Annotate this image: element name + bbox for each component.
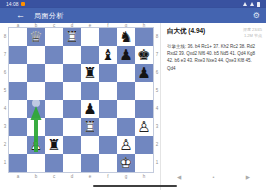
square-h5[interactable] bbox=[135, 82, 153, 100]
square-h8[interactable] bbox=[135, 28, 153, 46]
chess-board[interactable]: ♛♕♜♖♞♝♟♚♜♟♟♜♖♟♙♟♙♜♟♙♚♔ bbox=[9, 28, 153, 172]
square-f2[interactable] bbox=[99, 136, 117, 154]
square-g1[interactable]: ♚♔ bbox=[117, 154, 135, 172]
controls-dot-icon[interactable]: • bbox=[213, 175, 215, 181]
coordinate-label: d bbox=[63, 23, 81, 28]
main-content: abcdefgh abcdefgh 87654321 87654321 ♛♕♜♖… bbox=[0, 23, 266, 190]
square-g5[interactable] bbox=[117, 82, 135, 100]
notification-icon bbox=[21, 2, 25, 6]
coordinate-label: f bbox=[99, 23, 117, 28]
square-a8[interactable] bbox=[9, 28, 27, 46]
piece-white-pawn: ♟ bbox=[117, 136, 135, 154]
coordinate-label: g bbox=[117, 23, 135, 28]
square-b8[interactable]: ♛♕ bbox=[27, 28, 45, 46]
piece-white-pawn: ♟ bbox=[135, 118, 153, 136]
piece-white-rook-outline: ♖ bbox=[81, 118, 99, 136]
square-g4[interactable] bbox=[117, 100, 135, 118]
rank-labels-left: 87654321 bbox=[3, 28, 8, 172]
square-a4[interactable] bbox=[9, 100, 27, 118]
file-labels-top: abcdefgh bbox=[9, 23, 153, 28]
app-screen: 14:08 ← 局面分析 ⚙ abcdefgh abcdefgh 8765432… bbox=[0, 0, 266, 190]
square-d1[interactable] bbox=[63, 154, 81, 172]
coordinate-label: 4 bbox=[3, 100, 8, 118]
coordinate-label: b bbox=[27, 23, 45, 28]
square-d6[interactable] bbox=[63, 64, 81, 82]
square-f1[interactable] bbox=[99, 154, 117, 172]
file-labels-bottom: abcdefgh bbox=[9, 174, 153, 179]
piece-black-knight: ♞ bbox=[117, 28, 135, 46]
engine-principal-variation: 引擎主线: 36. b4 Rc1+ 37. Kh2 Rc2 38. Rd2 Rx… bbox=[167, 43, 260, 72]
engine-nodes: 1.2M 节点 bbox=[243, 33, 262, 39]
coordinate-label: 3 bbox=[3, 118, 8, 136]
square-g2[interactable]: ♟♙ bbox=[117, 136, 135, 154]
coordinate-label: 1 bbox=[155, 154, 160, 172]
square-c1[interactable] bbox=[45, 154, 63, 172]
piece-white-king-outline: ♔ bbox=[117, 154, 135, 172]
coordinate-label: g bbox=[117, 174, 135, 179]
back-arrow-icon[interactable]: ← bbox=[16, 11, 25, 20]
square-b2[interactable]: ♟♙ bbox=[27, 136, 45, 154]
analysis-panel: 白大优 (4.94) 深度 23/45 1.2M 节点 引擎主线: 36. b4… bbox=[160, 23, 266, 190]
coordinate-label: h bbox=[135, 174, 153, 179]
piece-white-queen-outline: ♕ bbox=[27, 28, 45, 46]
coordinate-label: e bbox=[81, 23, 99, 28]
square-e7[interactable] bbox=[81, 46, 99, 64]
square-e3[interactable]: ♜♖ bbox=[81, 118, 99, 136]
previous-move-button[interactable]: ◀ bbox=[177, 175, 181, 181]
app-bar: ← 局面分析 ⚙ bbox=[0, 8, 266, 23]
signal-icon bbox=[250, 2, 254, 6]
coordinate-label: 8 bbox=[3, 28, 8, 46]
battery-icon bbox=[257, 2, 260, 7]
piece-white-pawn-outline: ♙ bbox=[117, 136, 135, 154]
coordinate-label: b bbox=[27, 174, 45, 179]
piece-black-rook: ♜ bbox=[45, 136, 63, 154]
square-e2[interactable] bbox=[81, 136, 99, 154]
coordinate-label: 2 bbox=[3, 136, 8, 154]
square-f5[interactable] bbox=[99, 82, 117, 100]
square-e4[interactable]: ♟ bbox=[81, 100, 99, 118]
square-g6[interactable] bbox=[117, 64, 135, 82]
piece-white-rook: ♜ bbox=[63, 28, 81, 46]
coordinate-label: 1 bbox=[3, 154, 8, 172]
coordinate-label: f bbox=[99, 174, 117, 179]
coordinate-label: c bbox=[45, 174, 63, 179]
square-c6[interactable] bbox=[45, 64, 63, 82]
square-d4[interactable] bbox=[63, 100, 81, 118]
square-d2[interactable] bbox=[63, 136, 81, 154]
square-c4[interactable] bbox=[45, 100, 63, 118]
square-h7[interactable]: ♚ bbox=[135, 46, 153, 64]
piece-white-queen: ♛ bbox=[27, 28, 45, 46]
square-d5[interactable] bbox=[63, 82, 81, 100]
square-a2[interactable] bbox=[9, 136, 27, 154]
square-e8[interactable] bbox=[81, 28, 99, 46]
clock: 14:08 bbox=[6, 2, 19, 7]
gesture-navigation-pill[interactable] bbox=[93, 185, 177, 188]
evaluation-text: 白大优 (4.94) bbox=[167, 27, 205, 39]
status-bar: 14:08 bbox=[0, 0, 266, 8]
piece-white-pawn-outline: ♙ bbox=[135, 118, 153, 136]
coordinate-label: 5 bbox=[3, 82, 8, 100]
square-g7[interactable]: ♟ bbox=[117, 46, 135, 64]
square-g3[interactable] bbox=[117, 118, 135, 136]
square-f6[interactable] bbox=[99, 64, 117, 82]
square-a1[interactable] bbox=[9, 154, 27, 172]
piece-black-king: ♚ bbox=[135, 46, 153, 64]
coordinate-label: c bbox=[45, 23, 63, 28]
square-e6[interactable]: ♜ bbox=[81, 64, 99, 82]
square-f3[interactable] bbox=[99, 118, 117, 136]
coordinate-label: e bbox=[81, 174, 99, 179]
coordinate-label: h bbox=[135, 23, 153, 28]
coordinate-label: 8 bbox=[155, 28, 160, 46]
square-b5[interactable] bbox=[27, 82, 45, 100]
square-h1[interactable] bbox=[135, 154, 153, 172]
square-h2[interactable] bbox=[135, 136, 153, 154]
coordinate-label: 5 bbox=[155, 82, 160, 100]
rank-labels-right: 87654321 bbox=[155, 28, 160, 172]
piece-white-rook-outline: ♖ bbox=[63, 28, 81, 46]
square-c5[interactable] bbox=[45, 82, 63, 100]
square-c2[interactable]: ♜ bbox=[45, 136, 63, 154]
square-g8[interactable]: ♞ bbox=[117, 28, 135, 46]
square-a6[interactable] bbox=[9, 64, 27, 82]
coordinate-label: d bbox=[63, 174, 81, 179]
piece-black-pawn: ♟ bbox=[117, 46, 135, 64]
square-a3[interactable] bbox=[9, 118, 27, 136]
square-h3[interactable]: ♟♙ bbox=[135, 118, 153, 136]
square-d3[interactable] bbox=[63, 118, 81, 136]
square-b4[interactable] bbox=[27, 100, 45, 118]
move-controls: ◀ • ▶ bbox=[161, 175, 266, 181]
piece-white-king: ♚ bbox=[117, 154, 135, 172]
coordinate-label: 7 bbox=[155, 46, 160, 64]
square-c3[interactable] bbox=[45, 118, 63, 136]
piece-black-pawn: ♟ bbox=[135, 64, 153, 82]
square-f8[interactable] bbox=[99, 28, 117, 46]
square-b1[interactable] bbox=[27, 154, 45, 172]
next-move-button[interactable]: ▶ bbox=[246, 175, 250, 181]
settings-gear-icon[interactable]: ⚙ bbox=[253, 12, 260, 20]
piece-white-rook: ♜ bbox=[81, 118, 99, 136]
piece-white-pawn-outline: ♙ bbox=[27, 136, 45, 154]
coordinate-label: 7 bbox=[3, 46, 8, 64]
square-f7[interactable]: ♝ bbox=[99, 46, 117, 64]
coordinate-label: 3 bbox=[155, 118, 160, 136]
square-b3[interactable] bbox=[27, 118, 45, 136]
square-e1[interactable] bbox=[81, 154, 99, 172]
square-b6[interactable] bbox=[27, 64, 45, 82]
square-d8[interactable]: ♜♖ bbox=[63, 28, 81, 46]
piece-black-pawn: ♟ bbox=[81, 100, 99, 118]
square-d7[interactable] bbox=[63, 46, 81, 64]
square-e5[interactable] bbox=[81, 82, 99, 100]
coordinate-label: a bbox=[9, 174, 27, 179]
piece-black-rook: ♜ bbox=[81, 64, 99, 82]
square-f4[interactable] bbox=[99, 100, 117, 118]
square-a5[interactable] bbox=[9, 82, 27, 100]
coordinate-label: 4 bbox=[155, 100, 160, 118]
coordinate-label: a bbox=[9, 23, 27, 28]
piece-white-pawn: ♟ bbox=[27, 136, 45, 154]
square-c8[interactable] bbox=[45, 28, 63, 46]
square-b7[interactable] bbox=[27, 46, 45, 64]
coordinate-label: 2 bbox=[155, 136, 160, 154]
engine-stats: 深度 23/45 1.2M 节点 bbox=[243, 27, 262, 39]
square-c7[interactable] bbox=[45, 46, 63, 64]
square-h6[interactable]: ♟ bbox=[135, 64, 153, 82]
square-a7[interactable] bbox=[9, 46, 27, 64]
coordinate-label: 6 bbox=[155, 64, 160, 82]
wifi-icon bbox=[243, 2, 247, 6]
page-title: 局面分析 bbox=[34, 11, 64, 21]
square-h4[interactable] bbox=[135, 100, 153, 118]
piece-black-bishop: ♝ bbox=[99, 46, 117, 64]
coordinate-label: 6 bbox=[3, 64, 8, 82]
